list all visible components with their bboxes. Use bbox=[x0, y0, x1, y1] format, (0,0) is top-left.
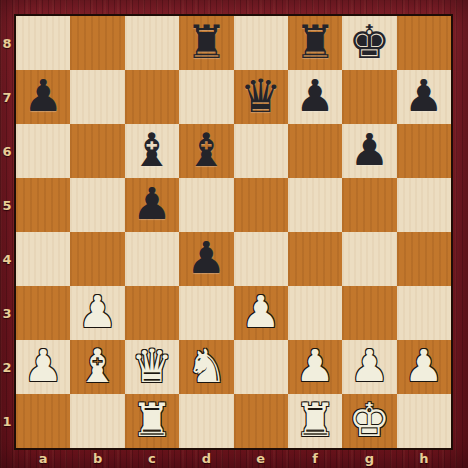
file-label-f: f bbox=[288, 448, 342, 468]
file-label-d: d bbox=[179, 448, 233, 468]
file-label-h: h bbox=[397, 448, 451, 468]
square-f4[interactable] bbox=[288, 232, 342, 286]
file-label-b: b bbox=[70, 448, 124, 468]
square-d8[interactable]: ♜ bbox=[179, 16, 233, 70]
square-b1[interactable] bbox=[70, 394, 124, 448]
square-a1[interactable] bbox=[16, 394, 70, 448]
square-d1[interactable] bbox=[179, 394, 233, 448]
square-d3[interactable] bbox=[179, 286, 233, 340]
piece-white-queen-c2[interactable]: ♛ bbox=[131, 343, 172, 389]
piece-black-pawn-f7[interactable]: ♟ bbox=[295, 74, 334, 118]
square-h4[interactable] bbox=[397, 232, 451, 286]
square-b6[interactable] bbox=[70, 124, 124, 178]
piece-white-pawn-e3[interactable]: ♟ bbox=[241, 290, 280, 334]
square-f2[interactable]: ♟ bbox=[288, 340, 342, 394]
square-a7[interactable]: ♟ bbox=[16, 70, 70, 124]
square-f1[interactable]: ♜ bbox=[288, 394, 342, 448]
chess-board-diagram: 87654321 abcdefgh ♜♜♚♟♛♟♟♝♝♟♟♟♟♟♟♝♛♞♟♟♟♜… bbox=[0, 0, 468, 468]
square-g2[interactable]: ♟ bbox=[342, 340, 396, 394]
square-g4[interactable] bbox=[342, 232, 396, 286]
square-h8[interactable] bbox=[397, 16, 451, 70]
piece-white-pawn-f2[interactable]: ♟ bbox=[295, 344, 334, 388]
square-e3[interactable]: ♟ bbox=[234, 286, 288, 340]
piece-black-rook-d8[interactable]: ♜ bbox=[186, 19, 227, 65]
square-g3[interactable] bbox=[342, 286, 396, 340]
piece-white-bishop-b2[interactable]: ♝ bbox=[77, 343, 118, 389]
piece-black-pawn-g6[interactable]: ♟ bbox=[350, 128, 389, 172]
square-f7[interactable]: ♟ bbox=[288, 70, 342, 124]
square-c5[interactable]: ♟ bbox=[125, 178, 179, 232]
square-g5[interactable] bbox=[342, 178, 396, 232]
square-b8[interactable] bbox=[70, 16, 124, 70]
square-h5[interactable] bbox=[397, 178, 451, 232]
piece-black-pawn-a7[interactable]: ♟ bbox=[23, 74, 62, 118]
chess-board: ♜♜♚♟♛♟♟♝♝♟♟♟♟♟♟♝♛♞♟♟♟♜♜♚ bbox=[14, 14, 453, 450]
square-b5[interactable] bbox=[70, 178, 124, 232]
rank-label-8: 8 bbox=[0, 16, 14, 70]
square-c7[interactable] bbox=[125, 70, 179, 124]
square-c1[interactable]: ♜ bbox=[125, 394, 179, 448]
square-f5[interactable] bbox=[288, 178, 342, 232]
rank-label-6: 6 bbox=[0, 124, 14, 178]
file-label-e: e bbox=[234, 448, 288, 468]
square-c6[interactable]: ♝ bbox=[125, 124, 179, 178]
square-b3[interactable]: ♟ bbox=[70, 286, 124, 340]
square-f6[interactable] bbox=[288, 124, 342, 178]
piece-white-pawn-h2[interactable]: ♟ bbox=[404, 344, 443, 388]
square-c3[interactable] bbox=[125, 286, 179, 340]
piece-white-pawn-a2[interactable]: ♟ bbox=[23, 344, 62, 388]
rank-label-3: 3 bbox=[0, 286, 14, 340]
square-c8[interactable] bbox=[125, 16, 179, 70]
rank-label-1: 1 bbox=[0, 394, 14, 448]
square-h1[interactable] bbox=[397, 394, 451, 448]
square-d2[interactable]: ♞ bbox=[179, 340, 233, 394]
square-a5[interactable] bbox=[16, 178, 70, 232]
square-h2[interactable]: ♟ bbox=[397, 340, 451, 394]
piece-black-bishop-d6[interactable]: ♝ bbox=[186, 127, 227, 173]
piece-white-rook-f1[interactable]: ♜ bbox=[294, 397, 335, 443]
square-f3[interactable] bbox=[288, 286, 342, 340]
square-b4[interactable] bbox=[70, 232, 124, 286]
square-a3[interactable] bbox=[16, 286, 70, 340]
square-e1[interactable] bbox=[234, 394, 288, 448]
square-g1[interactable]: ♚ bbox=[342, 394, 396, 448]
piece-white-rook-c1[interactable]: ♜ bbox=[131, 397, 172, 443]
square-e8[interactable] bbox=[234, 16, 288, 70]
square-c4[interactable] bbox=[125, 232, 179, 286]
square-f8[interactable]: ♜ bbox=[288, 16, 342, 70]
rank-label-2: 2 bbox=[0, 340, 14, 394]
square-g7[interactable] bbox=[342, 70, 396, 124]
square-h7[interactable]: ♟ bbox=[397, 70, 451, 124]
square-a6[interactable] bbox=[16, 124, 70, 178]
file-label-c: c bbox=[125, 448, 179, 468]
rank-label-7: 7 bbox=[0, 70, 14, 124]
square-e2[interactable] bbox=[234, 340, 288, 394]
square-h6[interactable] bbox=[397, 124, 451, 178]
rank-coordinates: 87654321 bbox=[0, 16, 14, 448]
square-e7[interactable]: ♛ bbox=[234, 70, 288, 124]
piece-black-pawn-c5[interactable]: ♟ bbox=[132, 182, 171, 226]
square-b2[interactable]: ♝ bbox=[70, 340, 124, 394]
file-coordinates: abcdefgh bbox=[16, 448, 451, 468]
square-e5[interactable] bbox=[234, 178, 288, 232]
rank-label-5: 5 bbox=[0, 178, 14, 232]
piece-white-pawn-g2[interactable]: ♟ bbox=[350, 344, 389, 388]
piece-black-king-g8[interactable]: ♚ bbox=[349, 19, 390, 65]
square-d5[interactable] bbox=[179, 178, 233, 232]
square-a8[interactable] bbox=[16, 16, 70, 70]
piece-white-knight-d2[interactable]: ♞ bbox=[186, 343, 227, 389]
square-g6[interactable]: ♟ bbox=[342, 124, 396, 178]
piece-black-bishop-c6[interactable]: ♝ bbox=[131, 127, 172, 173]
square-e6[interactable] bbox=[234, 124, 288, 178]
square-g8[interactable]: ♚ bbox=[342, 16, 396, 70]
square-d7[interactable] bbox=[179, 70, 233, 124]
piece-white-pawn-b3[interactable]: ♟ bbox=[78, 290, 117, 334]
square-h3[interactable] bbox=[397, 286, 451, 340]
square-a4[interactable] bbox=[16, 232, 70, 286]
square-a2[interactable]: ♟ bbox=[16, 340, 70, 394]
square-d6[interactable]: ♝ bbox=[179, 124, 233, 178]
square-c2[interactable]: ♛ bbox=[125, 340, 179, 394]
piece-black-rook-f8[interactable]: ♜ bbox=[294, 19, 335, 65]
file-label-a: a bbox=[16, 448, 70, 468]
piece-black-pawn-d4[interactable]: ♟ bbox=[187, 236, 226, 280]
file-label-g: g bbox=[342, 448, 396, 468]
piece-black-pawn-h7[interactable]: ♟ bbox=[404, 74, 443, 118]
piece-black-queen-e7[interactable]: ♛ bbox=[240, 73, 281, 119]
piece-white-king-g1[interactable]: ♚ bbox=[349, 397, 390, 443]
square-b7[interactable] bbox=[70, 70, 124, 124]
rank-label-4: 4 bbox=[0, 232, 14, 286]
square-d4[interactable]: ♟ bbox=[179, 232, 233, 286]
square-e4[interactable] bbox=[234, 232, 288, 286]
